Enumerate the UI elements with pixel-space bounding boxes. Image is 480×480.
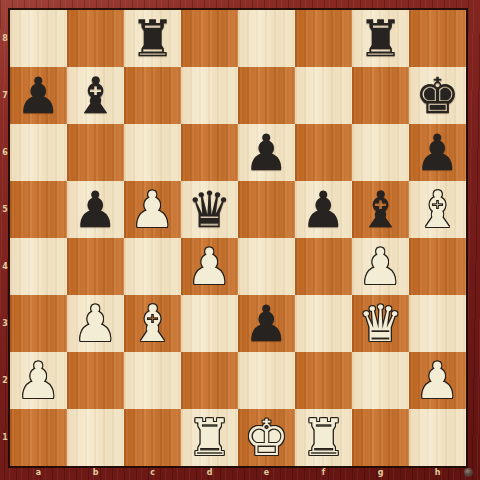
piece-white-pawn[interactable]: ♟ xyxy=(67,295,124,352)
square-f1[interactable]: ♜ xyxy=(295,409,352,466)
square-b7[interactable]: ♝ xyxy=(67,67,124,124)
square-h5[interactable]: ♝ xyxy=(409,181,466,238)
square-g2[interactable] xyxy=(352,352,409,409)
file-label-b: b xyxy=(67,466,124,480)
square-e1[interactable]: ♚ xyxy=(238,409,295,466)
square-e2[interactable] xyxy=(238,352,295,409)
square-e7[interactable] xyxy=(238,67,295,124)
square-a1[interactable] xyxy=(10,409,67,466)
square-g1[interactable] xyxy=(352,409,409,466)
file-label-h: h xyxy=(409,466,466,480)
piece-white-rook[interactable]: ♜ xyxy=(295,409,352,466)
square-a3[interactable] xyxy=(10,295,67,352)
square-a7[interactable]: ♟ xyxy=(10,67,67,124)
rank-label-4: 4 xyxy=(0,238,10,295)
square-b4[interactable] xyxy=(67,238,124,295)
board-frame: ♜♜♟♝♚♟♟♟♟♛♟♝♝♟♟♟♝♟♛♟♟♜♚♜ 87654321abcdefg… xyxy=(0,0,480,480)
square-b3[interactable]: ♟ xyxy=(67,295,124,352)
piece-white-bishop[interactable]: ♝ xyxy=(409,181,466,238)
file-label-a: a xyxy=(10,466,67,480)
square-a4[interactable] xyxy=(10,238,67,295)
piece-black-bishop[interactable]: ♝ xyxy=(352,181,409,238)
square-a6[interactable] xyxy=(10,124,67,181)
square-a5[interactable] xyxy=(10,181,67,238)
square-g8[interactable]: ♜ xyxy=(352,10,409,67)
square-f7[interactable] xyxy=(295,67,352,124)
piece-white-king[interactable]: ♚ xyxy=(238,409,295,466)
square-c6[interactable] xyxy=(124,124,181,181)
piece-white-pawn[interactable]: ♟ xyxy=(124,181,181,238)
piece-black-queen[interactable]: ♛ xyxy=(181,181,238,238)
piece-black-king[interactable]: ♚ xyxy=(409,67,466,124)
square-d6[interactable] xyxy=(181,124,238,181)
piece-black-pawn[interactable]: ♟ xyxy=(67,181,124,238)
piece-black-pawn[interactable]: ♟ xyxy=(238,124,295,181)
square-g4[interactable]: ♟ xyxy=(352,238,409,295)
square-h8[interactable] xyxy=(409,10,466,67)
square-b5[interactable]: ♟ xyxy=(67,181,124,238)
piece-black-rook[interactable]: ♜ xyxy=(124,10,181,67)
square-h7[interactable]: ♚ xyxy=(409,67,466,124)
square-c4[interactable] xyxy=(124,238,181,295)
piece-black-pawn[interactable]: ♟ xyxy=(409,124,466,181)
square-a8[interactable] xyxy=(10,10,67,67)
square-g7[interactable] xyxy=(352,67,409,124)
file-label-d: d xyxy=(181,466,238,480)
rank-label-5: 5 xyxy=(0,181,10,238)
piece-white-pawn[interactable]: ♟ xyxy=(181,238,238,295)
file-label-g: g xyxy=(352,466,409,480)
chess-board: ♜♜♟♝♚♟♟♟♟♛♟♝♝♟♟♟♝♟♛♟♟♜♚♜ xyxy=(10,10,466,466)
square-b2[interactable] xyxy=(67,352,124,409)
rank-label-6: 6 xyxy=(0,124,10,181)
square-f3[interactable] xyxy=(295,295,352,352)
square-c1[interactable] xyxy=(124,409,181,466)
file-label-f: f xyxy=(295,466,352,480)
square-d7[interactable] xyxy=(181,67,238,124)
piece-black-pawn[interactable]: ♟ xyxy=(238,295,295,352)
square-e8[interactable] xyxy=(238,10,295,67)
square-d3[interactable] xyxy=(181,295,238,352)
piece-black-rook[interactable]: ♜ xyxy=(352,10,409,67)
piece-white-queen[interactable]: ♛ xyxy=(352,295,409,352)
file-label-e: e xyxy=(238,466,295,480)
square-d5[interactable]: ♛ xyxy=(181,181,238,238)
rank-label-8: 8 xyxy=(0,10,10,67)
piece-black-bishop[interactable]: ♝ xyxy=(67,67,124,124)
square-d2[interactable] xyxy=(181,352,238,409)
square-g5[interactable]: ♝ xyxy=(352,181,409,238)
square-f6[interactable] xyxy=(295,124,352,181)
square-e6[interactable]: ♟ xyxy=(238,124,295,181)
square-c5[interactable]: ♟ xyxy=(124,181,181,238)
square-a2[interactable]: ♟ xyxy=(10,352,67,409)
square-h4[interactable] xyxy=(409,238,466,295)
piece-black-pawn[interactable]: ♟ xyxy=(10,67,67,124)
square-b1[interactable] xyxy=(67,409,124,466)
square-e3[interactable]: ♟ xyxy=(238,295,295,352)
square-c7[interactable] xyxy=(124,67,181,124)
piece-white-pawn[interactable]: ♟ xyxy=(10,352,67,409)
piece-white-pawn[interactable]: ♟ xyxy=(409,352,466,409)
square-e5[interactable] xyxy=(238,181,295,238)
square-f8[interactable] xyxy=(295,10,352,67)
square-g3[interactable]: ♛ xyxy=(352,295,409,352)
square-d1[interactable]: ♜ xyxy=(181,409,238,466)
square-c2[interactable] xyxy=(124,352,181,409)
piece-black-pawn[interactable]: ♟ xyxy=(295,181,352,238)
square-h2[interactable]: ♟ xyxy=(409,352,466,409)
square-d4[interactable]: ♟ xyxy=(181,238,238,295)
square-b6[interactable] xyxy=(67,124,124,181)
square-f5[interactable]: ♟ xyxy=(295,181,352,238)
square-c8[interactable]: ♜ xyxy=(124,10,181,67)
square-h1[interactable] xyxy=(409,409,466,466)
square-f2[interactable] xyxy=(295,352,352,409)
square-b8[interactable] xyxy=(67,10,124,67)
square-h3[interactable] xyxy=(409,295,466,352)
square-g6[interactable] xyxy=(352,124,409,181)
piece-white-pawn[interactable]: ♟ xyxy=(352,238,409,295)
square-h6[interactable]: ♟ xyxy=(409,124,466,181)
piece-white-bishop[interactable]: ♝ xyxy=(124,295,181,352)
rank-label-1: 1 xyxy=(0,409,10,466)
file-label-c: c xyxy=(124,466,181,480)
rank-label-2: 2 xyxy=(0,352,10,409)
rank-label-7: 7 xyxy=(0,67,10,124)
square-e4[interactable] xyxy=(238,238,295,295)
square-f4[interactable] xyxy=(295,238,352,295)
rank-label-3: 3 xyxy=(0,295,10,352)
square-d8[interactable] xyxy=(181,10,238,67)
piece-white-rook[interactable]: ♜ xyxy=(181,409,238,466)
square-c3[interactable]: ♝ xyxy=(124,295,181,352)
